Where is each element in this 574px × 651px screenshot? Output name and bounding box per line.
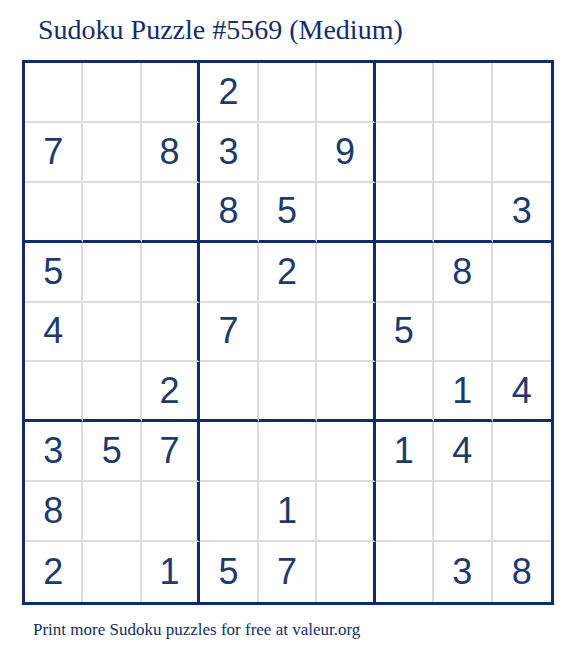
cell-r2c7 — [376, 123, 434, 183]
cell-r4c1: 5 — [25, 243, 83, 303]
cell-r6c1 — [25, 362, 83, 422]
cell-r3c5: 5 — [259, 183, 317, 243]
cell-r2c8 — [434, 123, 492, 183]
cell-r1c9 — [493, 63, 551, 123]
cell-r7c1: 3 — [25, 422, 83, 482]
cell-r5c2 — [83, 303, 141, 363]
cell-r9c2 — [83, 542, 141, 602]
cell-r6c2 — [83, 362, 141, 422]
cell-r1c3 — [142, 63, 200, 123]
cell-r3c7 — [376, 183, 434, 243]
cell-r4c8: 8 — [434, 243, 492, 303]
cell-r5c6 — [317, 303, 375, 363]
cell-r1c2 — [83, 63, 141, 123]
cell-r3c9: 3 — [493, 183, 551, 243]
cell-r2c6: 9 — [317, 123, 375, 183]
sudoku-page: Sudoku Puzzle #5569 (Medium) 27839853528… — [0, 0, 574, 651]
cell-r9c7 — [376, 542, 434, 602]
cell-r3c3 — [142, 183, 200, 243]
cell-r9c6 — [317, 542, 375, 602]
cell-r8c7 — [376, 482, 434, 542]
cell-r2c2 — [83, 123, 141, 183]
cell-r3c6 — [317, 183, 375, 243]
cell-r6c6 — [317, 362, 375, 422]
cell-r5c7: 5 — [376, 303, 434, 363]
cell-r9c9: 8 — [493, 542, 551, 602]
cell-r8c8 — [434, 482, 492, 542]
cell-r3c2 — [83, 183, 141, 243]
cell-r7c9 — [493, 422, 551, 482]
cell-r7c5 — [259, 422, 317, 482]
cell-r7c3: 7 — [142, 422, 200, 482]
cell-r6c9: 4 — [493, 362, 551, 422]
cell-r3c1 — [25, 183, 83, 243]
cell-r1c8 — [434, 63, 492, 123]
cell-r7c2: 5 — [83, 422, 141, 482]
cell-r9c4: 5 — [200, 542, 258, 602]
cell-r9c5: 7 — [259, 542, 317, 602]
cell-r5c5 — [259, 303, 317, 363]
sudoku-grid: 278398535284752143571481215738 — [22, 60, 554, 605]
cell-r6c7 — [376, 362, 434, 422]
cell-r2c9 — [493, 123, 551, 183]
cell-r4c6 — [317, 243, 375, 303]
cell-r5c9 — [493, 303, 551, 363]
cell-r6c5 — [259, 362, 317, 422]
footer-text: Print more Sudoku puzzles for free at va… — [33, 620, 360, 640]
cell-r6c3: 2 — [142, 362, 200, 422]
cell-r7c7: 1 — [376, 422, 434, 482]
cell-r4c4 — [200, 243, 258, 303]
cell-r7c4 — [200, 422, 258, 482]
cell-r8c1: 8 — [25, 482, 83, 542]
cell-r4c9 — [493, 243, 551, 303]
cell-r1c7 — [376, 63, 434, 123]
cell-r7c6 — [317, 422, 375, 482]
cell-r6c8: 1 — [434, 362, 492, 422]
cell-r8c6 — [317, 482, 375, 542]
cell-r4c5: 2 — [259, 243, 317, 303]
cell-r5c3 — [142, 303, 200, 363]
cell-r8c4 — [200, 482, 258, 542]
cell-r3c4: 8 — [200, 183, 258, 243]
cell-r7c8: 4 — [434, 422, 492, 482]
cell-r6c4 — [200, 362, 258, 422]
cell-r5c4: 7 — [200, 303, 258, 363]
cell-r1c4: 2 — [200, 63, 258, 123]
cell-r8c5: 1 — [259, 482, 317, 542]
cell-r8c2 — [83, 482, 141, 542]
cell-r4c2 — [83, 243, 141, 303]
cell-r8c9 — [493, 482, 551, 542]
cell-r8c3 — [142, 482, 200, 542]
cell-r1c5 — [259, 63, 317, 123]
cell-r4c7 — [376, 243, 434, 303]
cell-r5c1: 4 — [25, 303, 83, 363]
cell-r9c3: 1 — [142, 542, 200, 602]
cell-r2c3: 8 — [142, 123, 200, 183]
cell-r9c8: 3 — [434, 542, 492, 602]
cell-r1c1 — [25, 63, 83, 123]
cell-r2c5 — [259, 123, 317, 183]
cell-r5c8 — [434, 303, 492, 363]
page-title: Sudoku Puzzle #5569 (Medium) — [38, 14, 403, 46]
cell-r2c4: 3 — [200, 123, 258, 183]
cell-r1c6 — [317, 63, 375, 123]
cell-r4c3 — [142, 243, 200, 303]
cell-r3c8 — [434, 183, 492, 243]
cell-r2c1: 7 — [25, 123, 83, 183]
cell-r9c1: 2 — [25, 542, 83, 602]
